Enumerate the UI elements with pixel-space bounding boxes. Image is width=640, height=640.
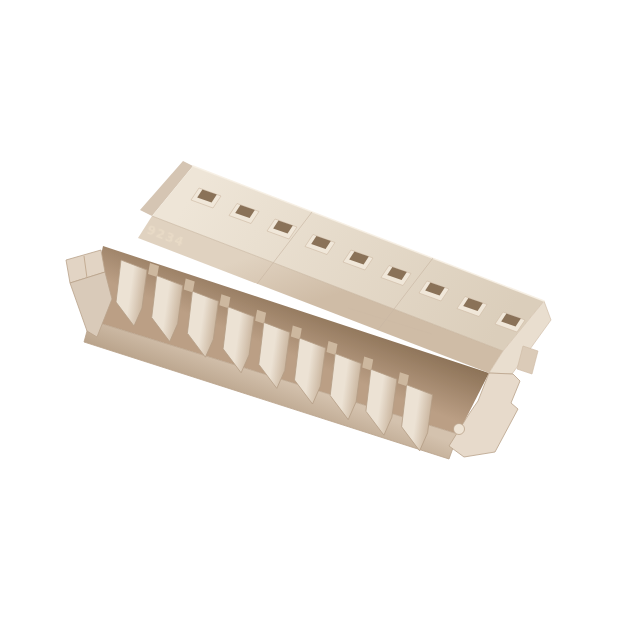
connector-housing: 9234: [66, 161, 551, 459]
photo-background: 9234: [0, 0, 640, 640]
ear-boss-dot: [454, 424, 465, 435]
connector-product-photo: 9234: [0, 0, 640, 640]
